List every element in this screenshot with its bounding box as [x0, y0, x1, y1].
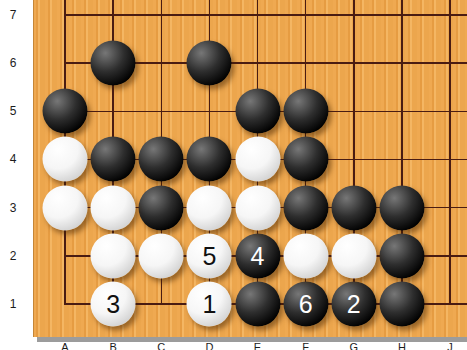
- board-viewport: 462531 7654321 ABCDEFGHJ: [0, 0, 467, 350]
- stone-black[interactable]: [187, 41, 232, 86]
- stone-black[interactable]: [235, 89, 280, 134]
- stone-white[interactable]: [331, 233, 376, 278]
- move-number: 2: [347, 292, 361, 317]
- row-label: 2: [0, 249, 26, 263]
- stone-black[interactable]: [283, 185, 328, 230]
- stone-white[interactable]: [283, 233, 328, 278]
- grid-line-vertical: [449, 0, 451, 305]
- stone-black[interactable]: [283, 137, 328, 182]
- column-label: F: [294, 341, 318, 350]
- row-label: 3: [0, 201, 26, 215]
- stone-black[interactable]: [91, 137, 136, 182]
- stone-white[interactable]: [91, 233, 136, 278]
- move-number: 3: [106, 292, 120, 317]
- row-label: 6: [0, 56, 26, 70]
- column-label: G: [342, 341, 366, 350]
- stone-black[interactable]: [139, 137, 184, 182]
- stone-black[interactable]: [43, 89, 88, 134]
- row-label: 4: [0, 152, 26, 166]
- stone-black[interactable]: [379, 282, 424, 327]
- move-number: 6: [299, 292, 313, 317]
- stone-black[interactable]: [379, 185, 424, 230]
- stone-black[interactable]: [235, 282, 280, 327]
- stone-black[interactable]: 6: [283, 282, 328, 327]
- move-number: 5: [202, 243, 216, 268]
- column-label: J: [438, 341, 462, 350]
- stone-white[interactable]: 5: [187, 233, 232, 278]
- move-number: 1: [202, 292, 216, 317]
- stone-black[interactable]: [283, 89, 328, 134]
- column-label: H: [390, 341, 414, 350]
- stone-white[interactable]: [43, 137, 88, 182]
- stone-white[interactable]: [43, 185, 88, 230]
- row-label: 7: [0, 8, 26, 22]
- column-label: C: [149, 341, 173, 350]
- stone-white[interactable]: [235, 185, 280, 230]
- stone-black[interactable]: 2: [331, 282, 376, 327]
- row-label: 5: [0, 104, 26, 118]
- stone-black[interactable]: [187, 137, 232, 182]
- stone-black[interactable]: [379, 233, 424, 278]
- stone-white[interactable]: [187, 185, 232, 230]
- column-label: E: [246, 341, 270, 350]
- row-label: 1: [0, 297, 26, 311]
- stone-white[interactable]: 3: [91, 282, 136, 327]
- column-label: B: [101, 341, 125, 350]
- stone-black[interactable]: 4: [235, 233, 280, 278]
- move-number: 4: [251, 243, 265, 268]
- stone-white[interactable]: [139, 233, 184, 278]
- grid-line-horizontal: [65, 14, 467, 16]
- column-label: A: [53, 341, 77, 350]
- column-label: D: [197, 341, 221, 350]
- stone-white[interactable]: 1: [187, 282, 232, 327]
- stone-white[interactable]: [235, 137, 280, 182]
- stone-black[interactable]: [139, 185, 184, 230]
- stone-black[interactable]: [331, 185, 376, 230]
- stone-white[interactable]: [91, 185, 136, 230]
- stone-black[interactable]: [91, 41, 136, 86]
